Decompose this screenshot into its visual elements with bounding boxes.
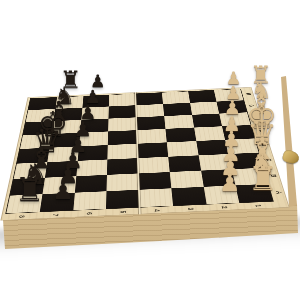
- rank-label-7: 7: [51, 213, 59, 216]
- rank-label-2: 2: [220, 206, 228, 209]
- board-square-d6: [77, 145, 108, 161]
- board-square-c1: [228, 153, 263, 170]
- board-square-b2: [201, 169, 236, 187]
- rank-label-6: 6: [85, 212, 93, 215]
- board-square-e6: [79, 131, 109, 146]
- chessboard: 87654321 HGFEDCBA: [0, 87, 289, 220]
- board-square-c8: [14, 162, 48, 179]
- board-square-c4: [138, 157, 170, 174]
- piece-black-pawn: ♟: [90, 73, 106, 90]
- board-square-b5: [107, 173, 139, 191]
- board-square-e4: [137, 129, 167, 144]
- board-square-a8: [6, 194, 42, 213]
- board-square-c5: [107, 158, 138, 175]
- board-square-b7: [42, 176, 76, 194]
- brass-clasp: [282, 149, 300, 165]
- file-label-G: G: [248, 105, 255, 107]
- file-label-B: B: [269, 174, 277, 177]
- board-square-e8: [20, 134, 51, 149]
- rank-label-1: 1: [254, 204, 262, 207]
- board-square-d2: [196, 140, 229, 156]
- board-square-e1: [222, 125, 254, 140]
- board-square-a4: [139, 188, 173, 207]
- file-label-F: F: [252, 117, 259, 119]
- rank-label-8: 8: [17, 215, 25, 218]
- board-square-c7: [45, 161, 78, 178]
- piece-white-rook: ♜: [250, 63, 271, 87]
- board-square-c2: [198, 154, 232, 171]
- board-square-d3: [167, 141, 199, 157]
- board-square-b4: [138, 172, 171, 190]
- board-square-b6: [74, 175, 107, 193]
- board-square-a7: [40, 193, 75, 212]
- board-square-a5: [106, 190, 139, 209]
- chess-set-photo: 87654321 HGFEDCBA ♜♞♝♛♚♝♞♜♟♟♟♟♟♟♟♟♟♟♟♟♟♟…: [0, 0, 300, 300]
- rank-label-3: 3: [186, 207, 194, 210]
- piece-black-rook: ♜: [60, 68, 81, 92]
- board-square-b1: [232, 168, 268, 186]
- board-square-a6: [73, 191, 107, 210]
- board-square-d7: [47, 146, 79, 162]
- board-square-e3: [165, 128, 196, 143]
- board-square-d5: [108, 144, 138, 160]
- board-square-d1: [225, 138, 258, 154]
- board-square-c6: [76, 159, 108, 176]
- file-label-E: E: [256, 130, 263, 132]
- rank-label-5: 5: [119, 210, 127, 213]
- board-square-a2: [203, 185, 239, 204]
- board-square-b3: [170, 171, 204, 189]
- board-square-e5: [108, 130, 137, 145]
- board-square-a3: [171, 187, 206, 206]
- board-square-b8: [10, 178, 45, 196]
- board-square-e7: [49, 133, 80, 148]
- file-label-C: C: [264, 158, 272, 161]
- board-square-c3: [168, 155, 201, 172]
- rank-label-4: 4: [153, 209, 161, 212]
- board-square-e2: [194, 126, 226, 141]
- board-square-d4: [137, 142, 168, 158]
- board-square-d8: [17, 148, 49, 164]
- board-square-a1: [236, 184, 273, 203]
- piece-white-pawn: ♟: [226, 70, 242, 87]
- file-label-D: D: [260, 144, 268, 147]
- file-label-A: A: [274, 191, 282, 194]
- file-label-H: H: [245, 93, 252, 95]
